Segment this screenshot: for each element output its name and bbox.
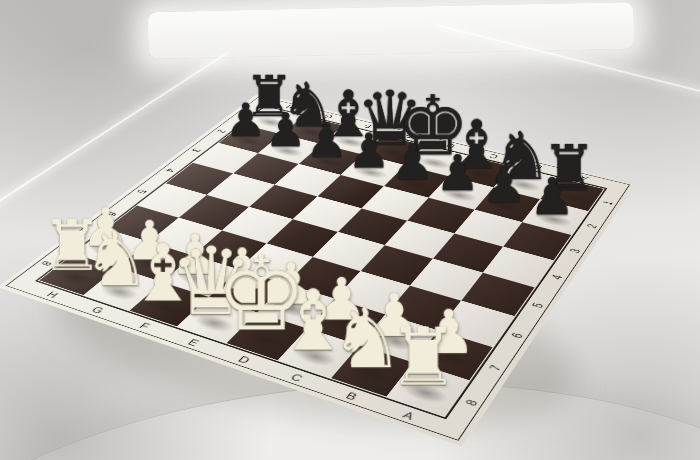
black-pawn-icon: ♟︎ [481,162,526,208]
white-rook-icon: ♜︎ [388,322,460,395]
black-pawn-icon: ♟︎ [391,140,435,185]
black-pawn-icon: ♟︎ [225,100,266,142]
black-pawn-icon: ♟︎ [305,120,348,164]
black-pawn-icon: ♟︎ [529,174,575,221]
black-pawn-icon: ♟︎ [347,130,390,174]
black-pawn-icon: ♟︎ [265,110,307,153]
tent-highlight-band [148,2,635,59]
photo-tent-scene: HGFEDCBAHGFEDCBA1234567812345678♜︎♞︎♝︎♛︎… [0,0,700,460]
black-pawn-icon: ♟︎ [435,151,480,197]
